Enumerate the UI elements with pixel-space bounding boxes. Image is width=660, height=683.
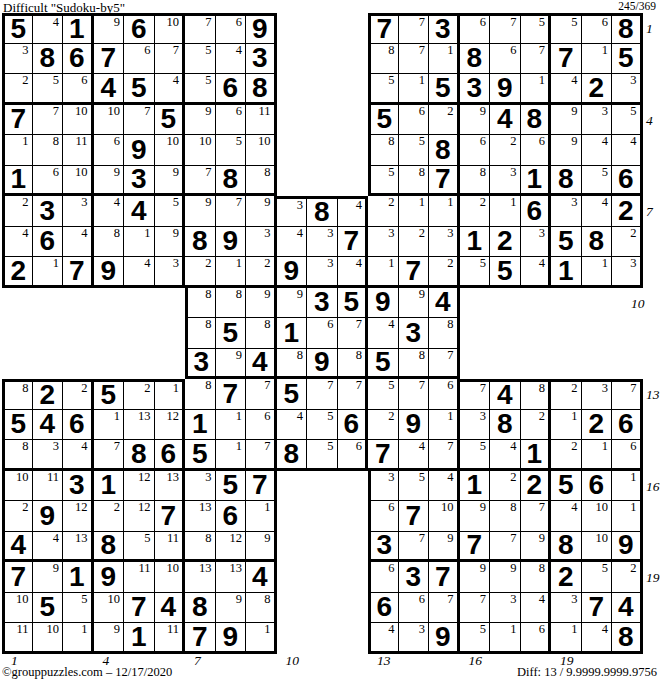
- cell-r20c16[interactable]: 7: [460, 593, 491, 624]
- cell-r16c15[interactable]: 4: [429, 471, 460, 502]
- cell-r8c8[interactable]: 9: [216, 227, 247, 258]
- cell-r19c14[interactable]: 3: [399, 562, 430, 593]
- cell-r10c11[interactable]: 3: [307, 288, 338, 319]
- cell-r20c8[interactable]: 9: [216, 593, 247, 624]
- cell-r15c15[interactable]: 7: [429, 440, 460, 471]
- cell-r15c16[interactable]: 5: [460, 440, 491, 471]
- cell-r5c16[interactable]: 6: [460, 135, 491, 166]
- cell-r20c4[interactable]: 10: [94, 593, 125, 624]
- cell-r16c8[interactable]: 5: [216, 471, 247, 502]
- cell-r8c15[interactable]: 3: [429, 227, 460, 258]
- cell-r6c5[interactable]: 3: [124, 166, 155, 197]
- cell-r18c13[interactable]: 3: [368, 532, 399, 563]
- cell-r9c18[interactable]: 4: [521, 257, 552, 288]
- cell-r10c9[interactable]: 9: [246, 288, 277, 319]
- cell-r13c19[interactable]: 2: [551, 379, 582, 410]
- cell-r3c1[interactable]: 2: [2, 74, 33, 105]
- cell-r6c7[interactable]: 7: [185, 166, 216, 197]
- cell-r19c6[interactable]: 10: [155, 562, 186, 593]
- cell-r5c13[interactable]: 8: [368, 135, 399, 166]
- cell-r18c3[interactable]: 13: [63, 532, 94, 563]
- cell-r9c4[interactable]: 9: [94, 257, 125, 288]
- cell-r4c21[interactable]: 5: [612, 105, 643, 136]
- cell-r13c9[interactable]: 7: [246, 379, 277, 410]
- cell-r18c6[interactable]: 11: [155, 532, 186, 563]
- cell-r21c20[interactable]: 4: [582, 623, 613, 654]
- cell-r2c7[interactable]: 5: [185, 44, 216, 75]
- cell-r16c9[interactable]: 7: [246, 471, 277, 502]
- cell-r5c20[interactable]: 4: [582, 135, 613, 166]
- cell-r15c18[interactable]: 1: [521, 440, 552, 471]
- cell-r1c18[interactable]: 5: [521, 13, 552, 44]
- cell-r7c9[interactable]: 9: [246, 196, 277, 227]
- cell-r2c13[interactable]: 8: [368, 44, 399, 75]
- cell-r12c11[interactable]: 9: [307, 349, 338, 380]
- cell-r1c17[interactable]: 7: [490, 13, 521, 44]
- cell-r7c2[interactable]: 3: [33, 196, 64, 227]
- cell-r12c14[interactable]: 8: [399, 349, 430, 380]
- cell-r17c2[interactable]: 9: [33, 501, 64, 532]
- cell-r8c1[interactable]: 4: [2, 227, 33, 258]
- cell-r3c20[interactable]: 2: [582, 74, 613, 105]
- cell-r17c13[interactable]: 6: [368, 501, 399, 532]
- cell-r9c14[interactable]: 7: [399, 257, 430, 288]
- cell-r8c19[interactable]: 5: [551, 227, 582, 258]
- cell-r15c19[interactable]: 2: [551, 440, 582, 471]
- cell-r3c13[interactable]: 5: [368, 74, 399, 105]
- cell-r19c16[interactable]: 9: [460, 562, 491, 593]
- cell-r5c15[interactable]: 8: [429, 135, 460, 166]
- cell-r17c19[interactable]: 4: [551, 501, 582, 532]
- cell-r4c14[interactable]: 6: [399, 105, 430, 136]
- cell-r17c16[interactable]: 9: [460, 501, 491, 532]
- cell-r8c20[interactable]: 8: [582, 227, 613, 258]
- cell-r2c17[interactable]: 6: [490, 44, 521, 75]
- cell-r6c16[interactable]: 8: [460, 166, 491, 197]
- cell-r21c5[interactable]: 1: [124, 623, 155, 654]
- cell-r6c18[interactable]: 1: [521, 166, 552, 197]
- cell-r14c7[interactable]: 1: [185, 410, 216, 441]
- cell-r6c6[interactable]: 9: [155, 166, 186, 197]
- cell-r21c4[interactable]: 9: [94, 623, 125, 654]
- cell-r11c13[interactable]: 4: [368, 318, 399, 349]
- cell-r5c2[interactable]: 8: [33, 135, 64, 166]
- cell-r13c20[interactable]: 3: [582, 379, 613, 410]
- cell-r2c20[interactable]: 1: [582, 44, 613, 75]
- cell-r12c10[interactable]: 8: [277, 349, 308, 380]
- cell-r1c5[interactable]: 6: [124, 13, 155, 44]
- cell-r21c15[interactable]: 9: [429, 623, 460, 654]
- cell-r18c1[interactable]: 4: [2, 532, 33, 563]
- cell-r18c5[interactable]: 5: [124, 532, 155, 563]
- cell-r1c6[interactable]: 10: [155, 13, 186, 44]
- cell-r13c14[interactable]: 7: [399, 379, 430, 410]
- cell-r14c18[interactable]: 2: [521, 410, 552, 441]
- cell-r1c13[interactable]: 7: [368, 13, 399, 44]
- cell-r3c4[interactable]: 4: [94, 74, 125, 105]
- cell-r8c4[interactable]: 8: [94, 227, 125, 258]
- cell-r17c3[interactable]: 12: [63, 501, 94, 532]
- cell-r10c7[interactable]: 8: [185, 288, 216, 319]
- cell-r6c15[interactable]: 7: [429, 166, 460, 197]
- cell-r14c15[interactable]: 1: [429, 410, 460, 441]
- cell-r3c3[interactable]: 6: [63, 74, 94, 105]
- cell-r9c8[interactable]: 1: [216, 257, 247, 288]
- cell-r9c19[interactable]: 1: [551, 257, 582, 288]
- cell-r21c6[interactable]: 11: [155, 623, 186, 654]
- cell-r1c16[interactable]: 6: [460, 13, 491, 44]
- cell-r14c3[interactable]: 6: [63, 410, 94, 441]
- cell-r13c11[interactable]: 7: [307, 379, 338, 410]
- cell-r20c7[interactable]: 8: [185, 593, 216, 624]
- cell-r17c14[interactable]: 7: [399, 501, 430, 532]
- cell-r7c17[interactable]: 1: [490, 196, 521, 227]
- cell-r13c2[interactable]: 2: [33, 379, 64, 410]
- cell-r17c5[interactable]: 12: [124, 501, 155, 532]
- cell-r4c4[interactable]: 10: [94, 105, 125, 136]
- cell-r20c6[interactable]: 4: [155, 593, 186, 624]
- cell-r4c9[interactable]: 11: [246, 105, 277, 136]
- cell-r16c14[interactable]: 5: [399, 471, 430, 502]
- cell-r21c19[interactable]: 1: [551, 623, 582, 654]
- cell-r21c18[interactable]: 6: [521, 623, 552, 654]
- cell-r2c15[interactable]: 1: [429, 44, 460, 75]
- cell-r5c14[interactable]: 5: [399, 135, 430, 166]
- cell-r14c13[interactable]: 2: [368, 410, 399, 441]
- cell-r20c3[interactable]: 5: [63, 593, 94, 624]
- cell-r9c20[interactable]: 1: [582, 257, 613, 288]
- cell-r14c6[interactable]: 12: [155, 410, 186, 441]
- cell-r16c18[interactable]: 2: [521, 471, 552, 502]
- cell-r13c5[interactable]: 2: [124, 379, 155, 410]
- cell-r14c9[interactable]: 6: [246, 410, 277, 441]
- cell-r13c1[interactable]: 8: [2, 379, 33, 410]
- cell-r20c20[interactable]: 7: [582, 593, 613, 624]
- cell-r4c18[interactable]: 8: [521, 105, 552, 136]
- cell-r15c5[interactable]: 8: [124, 440, 155, 471]
- cell-r17c9[interactable]: 1: [246, 501, 277, 532]
- cell-r9c17[interactable]: 5: [490, 257, 521, 288]
- cell-r8c10[interactable]: 4: [277, 227, 308, 258]
- cell-r21c7[interactable]: 7: [185, 623, 216, 654]
- cell-r21c14[interactable]: 3: [399, 623, 430, 654]
- cell-r19c1[interactable]: 7: [2, 562, 33, 593]
- cell-r18c18[interactable]: 9: [521, 532, 552, 563]
- cell-r14c17[interactable]: 8: [490, 410, 521, 441]
- cell-r7c10[interactable]: 3: [277, 196, 308, 227]
- cell-r19c15[interactable]: 7: [429, 562, 460, 593]
- cell-r14c5[interactable]: 13: [124, 410, 155, 441]
- cell-r7c19[interactable]: 3: [551, 196, 582, 227]
- cell-r20c17[interactable]: 3: [490, 593, 521, 624]
- cell-r3c7[interactable]: 5: [185, 74, 216, 105]
- cell-r13c13[interactable]: 5: [368, 379, 399, 410]
- cell-r8c21[interactable]: 2: [612, 227, 643, 258]
- cell-r16c7[interactable]: 3: [185, 471, 216, 502]
- cell-r6c1[interactable]: 1: [2, 166, 33, 197]
- cell-r3c21[interactable]: 3: [612, 74, 643, 105]
- cell-r4c20[interactable]: 3: [582, 105, 613, 136]
- cell-r5c21[interactable]: 4: [612, 135, 643, 166]
- cell-r18c4[interactable]: 8: [94, 532, 125, 563]
- cell-r1c14[interactable]: 7: [399, 13, 430, 44]
- cell-r15c9[interactable]: 7: [246, 440, 277, 471]
- cell-r21c3[interactable]: 1: [63, 623, 94, 654]
- cell-r6c8[interactable]: 8: [216, 166, 247, 197]
- cell-r8c3[interactable]: 4: [63, 227, 94, 258]
- cell-r3c14[interactable]: 1: [399, 74, 430, 105]
- cell-r16c16[interactable]: 1: [460, 471, 491, 502]
- cell-r8c16[interactable]: 1: [460, 227, 491, 258]
- cell-r13c7[interactable]: 8: [185, 379, 216, 410]
- cell-r17c18[interactable]: 7: [521, 501, 552, 532]
- cell-r17c21[interactable]: 1: [612, 501, 643, 532]
- cell-r14c1[interactable]: 5: [2, 410, 33, 441]
- cell-r17c17[interactable]: 8: [490, 501, 521, 532]
- cell-r11c8[interactable]: 5: [216, 318, 247, 349]
- cell-r13c10[interactable]: 5: [277, 379, 308, 410]
- cell-r11c15[interactable]: 8: [429, 318, 460, 349]
- cell-r14c21[interactable]: 6: [612, 410, 643, 441]
- cell-r6c20[interactable]: 5: [582, 166, 613, 197]
- cell-r18c14[interactable]: 7: [399, 532, 430, 563]
- cell-r9c2[interactable]: 1: [33, 257, 64, 288]
- cell-r2c16[interactable]: 8: [460, 44, 491, 75]
- cell-r9c13[interactable]: 1: [368, 257, 399, 288]
- cell-r2c8[interactable]: 4: [216, 44, 247, 75]
- cell-r6c13[interactable]: 5: [368, 166, 399, 197]
- cell-r2c14[interactable]: 7: [399, 44, 430, 75]
- cell-r15c17[interactable]: 4: [490, 440, 521, 471]
- cell-r4c2[interactable]: 7: [33, 105, 64, 136]
- cell-r5c19[interactable]: 9: [551, 135, 582, 166]
- cell-r14c4[interactable]: 1: [94, 410, 125, 441]
- cell-r17c4[interactable]: 2: [94, 501, 125, 532]
- cell-r7c1[interactable]: 2: [2, 196, 33, 227]
- cell-r2c9[interactable]: 3: [246, 44, 277, 75]
- cell-r3c8[interactable]: 6: [216, 74, 247, 105]
- cell-r8c2[interactable]: 6: [33, 227, 64, 258]
- cell-r16c13[interactable]: 3: [368, 471, 399, 502]
- cell-r7c3[interactable]: 3: [63, 196, 94, 227]
- cell-r12c8[interactable]: 9: [216, 349, 247, 380]
- cell-r1c19[interactable]: 5: [551, 13, 582, 44]
- cell-r7c12[interactable]: 4: [338, 196, 369, 227]
- cell-r19c21[interactable]: 2: [612, 562, 643, 593]
- cell-r13c18[interactable]: 8: [521, 379, 552, 410]
- cell-r14c14[interactable]: 9: [399, 410, 430, 441]
- cell-r21c1[interactable]: 11: [2, 623, 33, 654]
- cell-r2c4[interactable]: 7: [94, 44, 125, 75]
- cell-r19c4[interactable]: 9: [94, 562, 125, 593]
- cell-r12c9[interactable]: 4: [246, 349, 277, 380]
- cell-r20c21[interactable]: 4: [612, 593, 643, 624]
- cell-r1c4[interactable]: 9: [94, 13, 125, 44]
- cell-r18c16[interactable]: 7: [460, 532, 491, 563]
- cell-r16c2[interactable]: 11: [33, 471, 64, 502]
- cell-r3c6[interactable]: 4: [155, 74, 186, 105]
- cell-r20c19[interactable]: 3: [551, 593, 582, 624]
- cell-r20c14[interactable]: 6: [399, 593, 430, 624]
- cell-r9c5[interactable]: 4: [124, 257, 155, 288]
- cell-r2c6[interactable]: 7: [155, 44, 186, 75]
- cell-r15c10[interactable]: 8: [277, 440, 308, 471]
- cell-r19c17[interactable]: 9: [490, 562, 521, 593]
- cell-r1c1[interactable]: 5: [2, 13, 33, 44]
- cell-r1c3[interactable]: 1: [63, 13, 94, 44]
- cell-r14c2[interactable]: 4: [33, 410, 64, 441]
- cell-r7c6[interactable]: 5: [155, 196, 186, 227]
- cell-r20c1[interactable]: 10: [2, 593, 33, 624]
- cell-r18c2[interactable]: 4: [33, 532, 64, 563]
- cell-r18c7[interactable]: 8: [185, 532, 216, 563]
- cell-r19c20[interactable]: 5: [582, 562, 613, 593]
- cell-r6c4[interactable]: 9: [94, 166, 125, 197]
- cell-r1c8[interactable]: 6: [216, 13, 247, 44]
- cell-r15c20[interactable]: 1: [582, 440, 613, 471]
- cell-r19c2[interactable]: 9: [33, 562, 64, 593]
- cell-r5c18[interactable]: 6: [521, 135, 552, 166]
- cell-r4c17[interactable]: 4: [490, 105, 521, 136]
- cell-r8c12[interactable]: 7: [338, 227, 369, 258]
- cell-r20c18[interactable]: 4: [521, 593, 552, 624]
- cell-r4c15[interactable]: 2: [429, 105, 460, 136]
- cell-r8c7[interactable]: 8: [185, 227, 216, 258]
- cell-r8c5[interactable]: 1: [124, 227, 155, 258]
- cell-r19c19[interactable]: 2: [551, 562, 582, 593]
- cell-r3c19[interactable]: 4: [551, 74, 582, 105]
- cell-r5c1[interactable]: 1: [2, 135, 33, 166]
- cell-r15c13[interactable]: 7: [368, 440, 399, 471]
- cell-r18c15[interactable]: 9: [429, 532, 460, 563]
- cell-r17c6[interactable]: 7: [155, 501, 186, 532]
- cell-r20c15[interactable]: 7: [429, 593, 460, 624]
- cell-r14c8[interactable]: 1: [216, 410, 247, 441]
- cell-r7c5[interactable]: 4: [124, 196, 155, 227]
- cell-r20c2[interactable]: 5: [33, 593, 64, 624]
- cell-r19c9[interactable]: 4: [246, 562, 277, 593]
- cell-r7c16[interactable]: 2: [460, 196, 491, 227]
- cell-r14c12[interactable]: 6: [338, 410, 369, 441]
- cell-r15c12[interactable]: 6: [338, 440, 369, 471]
- cell-r1c15[interactable]: 3: [429, 13, 460, 44]
- cell-r8c18[interactable]: 3: [521, 227, 552, 258]
- cell-r16c5[interactable]: 12: [124, 471, 155, 502]
- cell-r8c13[interactable]: 3: [368, 227, 399, 258]
- cell-r15c7[interactable]: 5: [185, 440, 216, 471]
- cell-r6c19[interactable]: 8: [551, 166, 582, 197]
- cell-r7c13[interactable]: 2: [368, 196, 399, 227]
- cell-r13c17[interactable]: 4: [490, 379, 521, 410]
- cell-r14c11[interactable]: 5: [307, 410, 338, 441]
- cell-r20c9[interactable]: 8: [246, 593, 277, 624]
- cell-r20c5[interactable]: 7: [124, 593, 155, 624]
- cell-r5c17[interactable]: 2: [490, 135, 521, 166]
- cell-r16c17[interactable]: 2: [490, 471, 521, 502]
- cell-r16c1[interactable]: 10: [2, 471, 33, 502]
- cell-r4c7[interactable]: 9: [185, 105, 216, 136]
- cell-r15c21[interactable]: 6: [612, 440, 643, 471]
- cell-r16c3[interactable]: 3: [63, 471, 94, 502]
- cell-r7c8[interactable]: 7: [216, 196, 247, 227]
- cell-r15c11[interactable]: 5: [307, 440, 338, 471]
- cell-r7c4[interactable]: 4: [94, 196, 125, 227]
- cell-r1c9[interactable]: 9: [246, 13, 277, 44]
- cell-r11c9[interactable]: 8: [246, 318, 277, 349]
- cell-r13c4[interactable]: 5: [94, 379, 125, 410]
- cell-r3c9[interactable]: 8: [246, 74, 277, 105]
- cell-r14c19[interactable]: 1: [551, 410, 582, 441]
- cell-r13c8[interactable]: 7: [216, 379, 247, 410]
- cell-r15c3[interactable]: 4: [63, 440, 94, 471]
- cell-r4c3[interactable]: 10: [63, 105, 94, 136]
- cell-r5c5[interactable]: 9: [124, 135, 155, 166]
- cell-r9c12[interactable]: 4: [338, 257, 369, 288]
- cell-r18c8[interactable]: 12: [216, 532, 247, 563]
- cell-r19c7[interactable]: 13: [185, 562, 216, 593]
- cell-r9c7[interactable]: 2: [185, 257, 216, 288]
- cell-r2c2[interactable]: 8: [33, 44, 64, 75]
- cell-r4c13[interactable]: 5: [368, 105, 399, 136]
- cell-r1c7[interactable]: 7: [185, 13, 216, 44]
- cell-r13c16[interactable]: 7: [460, 379, 491, 410]
- cell-r5c9[interactable]: 10: [246, 135, 277, 166]
- cell-r2c3[interactable]: 6: [63, 44, 94, 75]
- cell-r12c7[interactable]: 3: [185, 349, 216, 380]
- cell-r5c7[interactable]: 10: [185, 135, 216, 166]
- cell-r19c13[interactable]: 6: [368, 562, 399, 593]
- cell-r13c6[interactable]: 1: [155, 379, 186, 410]
- cell-r10c10[interactable]: 9: [277, 288, 308, 319]
- cell-r15c2[interactable]: 3: [33, 440, 64, 471]
- cell-r17c8[interactable]: 6: [216, 501, 247, 532]
- cell-r10c14[interactable]: 9: [399, 288, 430, 319]
- cell-r4c5[interactable]: 7: [124, 105, 155, 136]
- cell-r13c21[interactable]: 7: [612, 379, 643, 410]
- cell-r8c17[interactable]: 2: [490, 227, 521, 258]
- cell-r18c19[interactable]: 8: [551, 532, 582, 563]
- cell-r16c21[interactable]: 1: [612, 471, 643, 502]
- cell-r14c20[interactable]: 2: [582, 410, 613, 441]
- cell-r11c11[interactable]: 6: [307, 318, 338, 349]
- cell-r21c21[interactable]: 8: [612, 623, 643, 654]
- cell-r1c20[interactable]: 6: [582, 13, 613, 44]
- cell-r12c15[interactable]: 7: [429, 349, 460, 380]
- cell-r7c14[interactable]: 1: [399, 196, 430, 227]
- cell-r17c1[interactable]: 2: [2, 501, 33, 532]
- cell-r8c6[interactable]: 9: [155, 227, 186, 258]
- cell-r21c16[interactable]: 5: [460, 623, 491, 654]
- cell-r8c11[interactable]: 3: [307, 227, 338, 258]
- cell-r3c16[interactable]: 3: [460, 74, 491, 105]
- cell-r10c12[interactable]: 5: [338, 288, 369, 319]
- cell-r12c12[interactable]: 8: [338, 349, 369, 380]
- cell-r5c3[interactable]: 11: [63, 135, 94, 166]
- cell-r5c8[interactable]: 5: [216, 135, 247, 166]
- cell-r2c21[interactable]: 5: [612, 44, 643, 75]
- cell-r1c2[interactable]: 4: [33, 13, 64, 44]
- cell-r3c2[interactable]: 5: [33, 74, 64, 105]
- cell-r16c19[interactable]: 5: [551, 471, 582, 502]
- cell-r6c3[interactable]: 10: [63, 166, 94, 197]
- cell-r9c15[interactable]: 2: [429, 257, 460, 288]
- cell-r10c8[interactable]: 8: [216, 288, 247, 319]
- cell-r11c7[interactable]: 8: [185, 318, 216, 349]
- cell-r7c18[interactable]: 6: [521, 196, 552, 227]
- cell-r15c6[interactable]: 6: [155, 440, 186, 471]
- cell-r13c12[interactable]: 7: [338, 379, 369, 410]
- cell-r16c6[interactable]: 13: [155, 471, 186, 502]
